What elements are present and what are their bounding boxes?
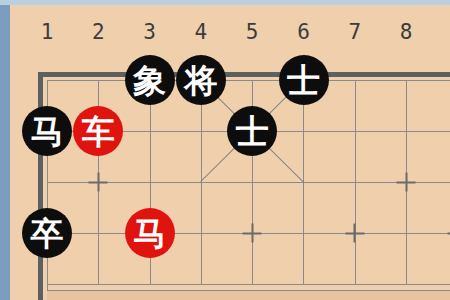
grid-cell [406,233,450,284]
file-label-7: 7 [348,20,361,44]
window-frame-left [0,0,10,300]
grid-cell [303,131,354,182]
file-label-8: 8 [400,20,413,44]
piece-black-general[interactable]: 将 [176,55,226,105]
window-frame-top [0,0,450,5]
file-label-5: 5 [246,20,259,44]
xiangqi-board-screenshot: 12345678 象将士马车士卒马 [0,0,450,300]
board-border-top [38,72,450,77]
point-marker [397,173,416,192]
file-label-2: 2 [92,20,105,44]
piece-black-advisor[interactable]: 士 [227,106,277,156]
file-label-6: 6 [297,20,310,44]
file-label-1: 1 [41,20,54,44]
piece-red-horse[interactable]: 马 [125,208,175,258]
grid-cell [150,131,201,182]
piece-black-horse[interactable]: 马 [22,106,72,156]
piece-black-advisor[interactable]: 士 [279,55,329,105]
piece-black-elephant[interactable]: 象 [125,55,175,105]
point-marker [243,224,262,243]
piece-black-soldier[interactable]: 卒 [22,208,72,258]
file-label-3: 3 [143,20,156,44]
file-label-4: 4 [195,20,208,44]
point-marker [345,224,364,243]
point-marker [89,173,108,192]
grid-cell [406,80,450,131]
grid-cell [355,80,406,131]
piece-red-chariot[interactable]: 车 [73,106,123,156]
river-band [47,290,450,300]
